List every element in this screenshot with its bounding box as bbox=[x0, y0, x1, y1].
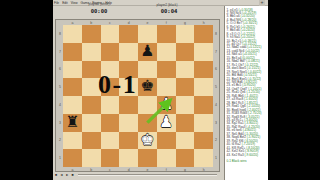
menu-item-edit[interactable]: Edit bbox=[62, 1, 68, 5]
coord-file-e: e bbox=[138, 21, 157, 25]
square-f4[interactable]: ♟ bbox=[157, 96, 176, 114]
black-king-e5[interactable]: ♚ bbox=[138, 78, 157, 96]
square-g7[interactable] bbox=[176, 43, 195, 61]
square-f6[interactable] bbox=[157, 61, 176, 79]
square-c3[interactable] bbox=[101, 114, 120, 132]
move-line-43[interactable]: 43. Ke2 Ra3 (-9.60/20) bbox=[227, 154, 269, 157]
coord-file-g: g bbox=[176, 21, 195, 25]
square-g3[interactable] bbox=[176, 114, 195, 132]
square-e2[interactable]: ♚ bbox=[138, 132, 157, 150]
square-b8[interactable] bbox=[82, 25, 101, 43]
coord-rank-3: 3 bbox=[214, 114, 218, 132]
coord-file-f: f bbox=[157, 21, 176, 25]
square-a6[interactable] bbox=[63, 61, 82, 79]
white-pawn-f4[interactable]: ♟ bbox=[157, 96, 176, 114]
black-clock: 00:04 bbox=[153, 8, 185, 14]
coord-rank-6: 6 bbox=[214, 61, 218, 79]
coord-file-h: h bbox=[194, 21, 213, 25]
square-h3[interactable] bbox=[194, 114, 213, 132]
square-b1[interactable] bbox=[82, 149, 101, 167]
square-f2[interactable] bbox=[157, 132, 176, 150]
square-e4[interactable] bbox=[138, 96, 157, 114]
square-h5[interactable] bbox=[194, 78, 213, 96]
square-c8[interactable] bbox=[101, 25, 120, 43]
move-list: 1. e4 e5 (+0.30/18)2. Nf3 Nc6 (+0.25/19)… bbox=[225, 6, 268, 164]
move-eval: (-9.60/20) bbox=[244, 153, 258, 157]
square-g1[interactable] bbox=[176, 149, 195, 167]
square-f3[interactable]: ♟ bbox=[157, 114, 176, 132]
black-rook-a3[interactable]: ♜ bbox=[63, 114, 82, 132]
coord-rank-1: 1 bbox=[214, 149, 218, 167]
nav-last-button[interactable]: ■ bbox=[72, 173, 74, 177]
coord-rank-1: 1 bbox=[58, 149, 62, 167]
coord-rank-7: 7 bbox=[58, 43, 62, 61]
square-a3[interactable]: ♜ bbox=[63, 114, 82, 132]
square-f5[interactable] bbox=[157, 78, 176, 96]
square-c7[interactable] bbox=[101, 43, 120, 61]
screen: FileEditViewGameEngineHelp + player1 (wh… bbox=[0, 0, 320, 180]
chess-app-window: FileEditViewGameEngineHelp + player1 (wh… bbox=[53, 0, 268, 180]
square-d8[interactable] bbox=[119, 25, 138, 43]
file-labels-top: abcdefgh bbox=[63, 21, 213, 25]
square-c2[interactable] bbox=[101, 132, 120, 150]
square-a1[interactable] bbox=[63, 149, 82, 167]
white-player-name: player1 (white) bbox=[81, 2, 117, 6]
square-d1[interactable] bbox=[119, 149, 138, 167]
coord-rank-4: 4 bbox=[214, 96, 218, 114]
coord-rank-2: 2 bbox=[214, 132, 218, 150]
black-pawn-e7[interactable]: ♟ bbox=[138, 43, 157, 61]
coord-rank-8: 8 bbox=[58, 25, 62, 43]
square-g5[interactable] bbox=[176, 78, 195, 96]
square-a8[interactable] bbox=[63, 25, 82, 43]
square-g4[interactable] bbox=[176, 96, 195, 114]
coord-rank-5: 5 bbox=[214, 78, 218, 96]
coord-rank-6: 6 bbox=[58, 61, 62, 79]
square-b7[interactable] bbox=[82, 43, 101, 61]
result-line: 0-1 Black wins bbox=[227, 160, 269, 163]
square-h8[interactable] bbox=[194, 25, 213, 43]
square-a5[interactable] bbox=[63, 78, 82, 96]
square-f8[interactable] bbox=[157, 25, 176, 43]
square-g6[interactable] bbox=[176, 61, 195, 79]
square-b2[interactable] bbox=[82, 132, 101, 150]
coord-rank-2: 2 bbox=[58, 132, 62, 150]
square-e5[interactable]: ♚ bbox=[138, 78, 157, 96]
game-result-overlay: 0-1 bbox=[98, 72, 137, 98]
coord-rank-8: 8 bbox=[214, 25, 218, 43]
square-a7[interactable] bbox=[63, 43, 82, 61]
white-pawn-f3[interactable]: ♟ bbox=[157, 114, 176, 132]
coord-file-c: c bbox=[101, 21, 120, 25]
square-a2[interactable] bbox=[63, 132, 82, 150]
white-king-e2[interactable]: ♚ bbox=[138, 132, 157, 150]
nav-first-button[interactable]: ■ bbox=[55, 173, 57, 177]
divider bbox=[78, 174, 217, 176]
coord-file-d: d bbox=[119, 21, 138, 25]
coord-rank-4: 4 bbox=[58, 96, 62, 114]
square-d7[interactable] bbox=[119, 43, 138, 61]
coord-rank-7: 7 bbox=[214, 43, 218, 61]
square-f1[interactable] bbox=[157, 149, 176, 167]
square-e1[interactable] bbox=[138, 149, 157, 167]
square-e7[interactable]: ♟ bbox=[138, 43, 157, 61]
square-h6[interactable] bbox=[194, 61, 213, 79]
menu-item-view[interactable]: View bbox=[71, 1, 78, 5]
coord-file-a: a bbox=[63, 21, 82, 25]
square-e8[interactable] bbox=[138, 25, 157, 43]
rank-labels-left: 87654321 bbox=[58, 25, 62, 167]
board-nav-row: ■ ◄ ► ■ bbox=[55, 172, 221, 178]
nav-back-button[interactable]: ◄ bbox=[60, 173, 63, 177]
coord-rank-3: 3 bbox=[58, 114, 62, 132]
square-b3[interactable] bbox=[82, 114, 101, 132]
move-text: 43. Ke2 Ra3 bbox=[227, 153, 244, 157]
square-e3[interactable] bbox=[138, 114, 157, 132]
move-list-panel[interactable]: 1. e4 e5 (+0.30/18)2. Nf3 Nc6 (+0.25/19)… bbox=[224, 6, 268, 180]
nav-forward-button[interactable]: ► bbox=[66, 173, 69, 177]
rank-labels-right: 87654321 bbox=[214, 25, 218, 167]
black-player-name: player2 (black) bbox=[149, 3, 185, 7]
white-clock: 00:00 bbox=[81, 8, 117, 14]
square-a4[interactable] bbox=[63, 96, 82, 114]
coord-rank-5: 5 bbox=[58, 78, 62, 96]
square-h4[interactable] bbox=[194, 96, 213, 114]
board-frame: abcdefgh abcdefgh 87654321 87654321 ♟♚♟♜… bbox=[55, 19, 220, 172]
menu-item-file[interactable]: File bbox=[54, 1, 59, 5]
square-d3[interactable] bbox=[119, 114, 138, 132]
coord-file-b: b bbox=[82, 21, 101, 25]
square-g8[interactable] bbox=[176, 25, 195, 43]
square-h7[interactable] bbox=[194, 43, 213, 61]
square-e6[interactable] bbox=[138, 61, 157, 79]
board-grid: ♟♚♟♜♟♚ bbox=[63, 25, 213, 167]
square-d2[interactable] bbox=[119, 132, 138, 150]
square-h1[interactable] bbox=[194, 149, 213, 167]
square-g2[interactable] bbox=[176, 132, 195, 150]
square-c1[interactable] bbox=[101, 149, 120, 167]
square-f7[interactable] bbox=[157, 43, 176, 61]
square-h2[interactable] bbox=[194, 132, 213, 150]
